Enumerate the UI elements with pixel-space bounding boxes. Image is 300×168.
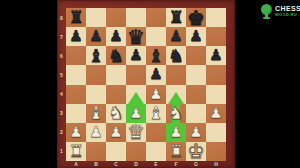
square-g7[interactable]: ♟ bbox=[186, 27, 206, 46]
piece-black-pawn-h6[interactable]: ♟ bbox=[206, 46, 226, 65]
rank-label-7: 7 bbox=[57, 34, 66, 40]
rank-label-5: 5 bbox=[57, 72, 66, 78]
square-b7[interactable]: ♟ bbox=[86, 27, 106, 46]
piece-white-queen-d2[interactable]: ♛ bbox=[126, 123, 146, 142]
piece-white-knight-f3[interactable]: ♞ bbox=[166, 104, 186, 123]
square-e4[interactable]: ♟ bbox=[146, 85, 166, 104]
tree-icon bbox=[261, 4, 272, 19]
square-g8[interactable]: ♚ bbox=[186, 8, 206, 27]
square-e1[interactable] bbox=[146, 142, 166, 161]
piece-white-pawn-c2[interactable]: ♟ bbox=[106, 123, 126, 142]
square-f8[interactable]: ♜ bbox=[166, 8, 186, 27]
square-g4[interactable] bbox=[186, 85, 206, 104]
piece-white-bishop-b3[interactable]: ♝ bbox=[86, 104, 106, 123]
square-h5[interactable] bbox=[206, 65, 226, 84]
piece-black-bishop-e6[interactable]: ♝ bbox=[146, 46, 166, 65]
file-label-a: A bbox=[66, 161, 86, 168]
square-c1[interactable] bbox=[106, 142, 126, 161]
chess-board: ♜♜♚♟♟♟♛♟♟♝♞♟♝♞♟♟♟♝♞♟♝♞♟♟♟♟♛♟♟♜♜♚ 8765432… bbox=[57, 0, 235, 168]
square-c7[interactable]: ♟ bbox=[106, 27, 126, 46]
square-d1[interactable] bbox=[126, 142, 146, 161]
arrow-head-d3-d4 bbox=[128, 92, 144, 104]
rank-label-1: 1 bbox=[57, 148, 66, 154]
square-e8[interactable] bbox=[146, 8, 166, 27]
rank-label-4: 4 bbox=[57, 91, 66, 97]
square-h1[interactable] bbox=[206, 142, 226, 161]
video-frame: ♜♜♚♟♟♟♛♟♟♝♞♟♝♞♟♟♟♝♞♟♝♞♟♟♟♟♛♟♟♜♜♚ 8765432… bbox=[0, 0, 300, 168]
square-b2[interactable]: ♟ bbox=[86, 123, 106, 142]
rank-label-2: 2 bbox=[57, 129, 66, 135]
rank-label-8: 8 bbox=[57, 15, 66, 21]
square-f1[interactable]: ♜ bbox=[166, 142, 186, 161]
piece-white-rook-a1[interactable]: ♜ bbox=[66, 142, 86, 161]
piece-black-queen-d7[interactable]: ♛ bbox=[126, 27, 146, 46]
square-e7[interactable] bbox=[146, 27, 166, 46]
square-h2[interactable] bbox=[206, 123, 226, 142]
piece-black-knight-c6[interactable]: ♞ bbox=[106, 46, 126, 65]
square-a5[interactable] bbox=[66, 65, 86, 84]
square-h6[interactable]: ♟ bbox=[206, 46, 226, 65]
square-c4[interactable] bbox=[106, 85, 126, 104]
square-a3[interactable] bbox=[66, 104, 86, 123]
square-h4[interactable] bbox=[206, 85, 226, 104]
square-a6[interactable] bbox=[66, 46, 86, 65]
square-a2[interactable]: ♟ bbox=[66, 123, 86, 142]
rank-label-6: 6 bbox=[57, 53, 66, 59]
piece-white-rook-f1[interactable]: ♜ bbox=[166, 142, 186, 161]
square-g6[interactable] bbox=[186, 46, 206, 65]
piece-black-pawn-f7[interactable]: ♟ bbox=[166, 27, 186, 46]
square-b4[interactable] bbox=[86, 85, 106, 104]
square-b3[interactable]: ♝ bbox=[86, 104, 106, 123]
square-f7[interactable]: ♟ bbox=[166, 27, 186, 46]
square-a4[interactable] bbox=[66, 85, 86, 104]
piece-white-pawn-f2[interactable]: ♟ bbox=[166, 123, 186, 142]
rank-label-3: 3 bbox=[57, 110, 66, 116]
square-h8[interactable] bbox=[206, 8, 226, 27]
piece-black-rook-f8[interactable]: ♜ bbox=[166, 8, 186, 27]
piece-black-king-g8[interactable]: ♚ bbox=[186, 8, 206, 27]
square-c6[interactable]: ♞ bbox=[106, 46, 126, 65]
piece-black-rook-a8[interactable]: ♜ bbox=[66, 8, 86, 27]
logo: CHESS WOOD.RU bbox=[258, 3, 300, 21]
piece-white-knight-c3[interactable]: ♞ bbox=[106, 104, 126, 123]
logo-subtitle: WOOD.RU bbox=[275, 13, 297, 17]
piece-black-pawn-e5[interactable]: ♟ bbox=[146, 65, 166, 84]
square-d5[interactable] bbox=[126, 65, 146, 84]
square-b8[interactable] bbox=[86, 8, 106, 27]
square-f5[interactable] bbox=[166, 65, 186, 84]
square-d6[interactable]: ♟ bbox=[126, 46, 146, 65]
piece-white-pawn-h3[interactable]: ♟ bbox=[206, 104, 226, 123]
piece-white-king-g1[interactable]: ♚ bbox=[186, 142, 206, 161]
square-a1[interactable]: ♜ bbox=[66, 142, 86, 161]
piece-black-knight-f6[interactable]: ♞ bbox=[166, 46, 186, 65]
square-c2[interactable]: ♟ bbox=[106, 123, 126, 142]
square-b5[interactable] bbox=[86, 65, 106, 84]
square-e2[interactable] bbox=[146, 123, 166, 142]
square-f6[interactable]: ♞ bbox=[166, 46, 186, 65]
square-a8[interactable]: ♜ bbox=[66, 8, 86, 27]
file-label-c: C bbox=[106, 161, 126, 168]
piece-white-bishop-e3[interactable]: ♝ bbox=[146, 104, 166, 123]
square-e5[interactable]: ♟ bbox=[146, 65, 166, 84]
square-b6[interactable]: ♝ bbox=[86, 46, 106, 65]
square-b1[interactable] bbox=[86, 142, 106, 161]
file-label-h: H bbox=[206, 161, 226, 168]
piece-white-pawn-e4[interactable]: ♟ bbox=[146, 85, 166, 104]
file-label-b: B bbox=[86, 161, 106, 168]
board-grid: ♜♜♚♟♟♟♛♟♟♝♞♟♝♞♟♟♟♝♞♟♝♞♟♟♟♟♛♟♟♜♜♚ bbox=[66, 8, 226, 161]
square-d7[interactable]: ♛ bbox=[126, 27, 146, 46]
square-f2[interactable]: ♟ bbox=[166, 123, 186, 142]
piece-white-pawn-b2[interactable]: ♟ bbox=[86, 123, 106, 142]
square-d2[interactable]: ♛ bbox=[126, 123, 146, 142]
file-label-f: F bbox=[166, 161, 186, 168]
file-label-d: D bbox=[126, 161, 146, 168]
square-g1[interactable]: ♚ bbox=[186, 142, 206, 161]
piece-black-pawn-a7[interactable]: ♟ bbox=[66, 27, 86, 46]
square-h3[interactable]: ♟ bbox=[206, 104, 226, 123]
square-c3[interactable]: ♞ bbox=[106, 104, 126, 123]
piece-black-bishop-b6[interactable]: ♝ bbox=[86, 46, 106, 65]
logo-title: CHESS bbox=[275, 5, 300, 12]
square-f3[interactable]: ♞ bbox=[166, 104, 186, 123]
square-c5[interactable] bbox=[106, 65, 126, 84]
square-g5[interactable] bbox=[186, 65, 206, 84]
file-label-e: E bbox=[146, 161, 166, 168]
piece-black-pawn-b7[interactable]: ♟ bbox=[86, 27, 106, 46]
square-h7[interactable] bbox=[206, 27, 226, 46]
piece-white-pawn-a2[interactable]: ♟ bbox=[66, 123, 86, 142]
square-a7[interactable]: ♟ bbox=[66, 27, 86, 46]
square-e3[interactable]: ♝ bbox=[146, 104, 166, 123]
piece-black-pawn-g7[interactable]: ♟ bbox=[186, 27, 206, 46]
square-g3[interactable] bbox=[186, 104, 206, 123]
piece-black-pawn-d6[interactable]: ♟ bbox=[126, 46, 146, 65]
square-c8[interactable] bbox=[106, 8, 126, 27]
square-e6[interactable]: ♝ bbox=[146, 46, 166, 65]
piece-black-pawn-c7[interactable]: ♟ bbox=[106, 27, 126, 46]
